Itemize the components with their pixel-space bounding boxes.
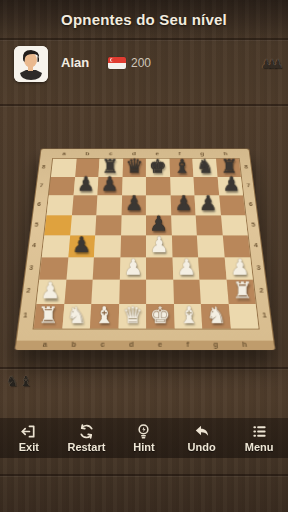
square-c2[interactable] [91, 280, 119, 304]
black-pawn-d6[interactable]: ♟ [121, 193, 146, 214]
square-c5[interactable] [95, 215, 121, 236]
exit-icon [20, 423, 37, 440]
black-pawn-g6[interactable]: ♟ [196, 193, 221, 214]
game-screen: Opnentes do Seu nível Alan 200 ♟♟♟ abcde… [0, 0, 288, 512]
square-f3[interactable]: ♟ [172, 257, 199, 280]
undo-button[interactable]: Undo [176, 423, 228, 453]
square-b7[interactable]: ♟ [73, 177, 98, 196]
square-e3[interactable] [146, 257, 173, 280]
wood-seam [0, 367, 288, 369]
square-e7[interactable] [146, 177, 170, 196]
wood-seam [0, 474, 288, 476]
square-h2[interactable]: ♜ [226, 280, 255, 304]
square-c3[interactable] [93, 257, 120, 280]
square-c4[interactable] [94, 236, 121, 258]
square-g3[interactable] [198, 257, 226, 280]
captured-black-bishop: ♝ [20, 373, 34, 389]
square-a5[interactable] [44, 215, 71, 236]
square-d3[interactable]: ♟ [119, 257, 146, 280]
square-d6[interactable]: ♟ [121, 195, 146, 215]
square-b2[interactable] [64, 280, 93, 304]
black-pawn-f6[interactable]: ♟ [171, 193, 196, 214]
restart-button[interactable]: Restart [60, 423, 112, 453]
singapore-flag-icon [108, 57, 126, 69]
white-rook-a1[interactable]: ♜ [34, 303, 62, 327]
white-knight-g1[interactable]: ♞ [202, 303, 230, 327]
square-b6[interactable] [71, 195, 97, 215]
square-h1[interactable] [228, 303, 258, 328]
square-e2[interactable] [146, 280, 173, 304]
white-pawn-d3[interactable]: ♟ [119, 256, 146, 279]
board-grid: ♜♛♚♝♞♜♟♟♟♟♟♟♟♟♟♟♟♟♟♜♜♞♝♛♚♝♞ [33, 158, 260, 329]
square-g8[interactable]: ♞ [192, 159, 217, 177]
square-h7[interactable]: ♟ [217, 177, 243, 196]
restart-icon [78, 423, 95, 440]
square-c1[interactable]: ♝ [90, 303, 119, 328]
square-h6[interactable] [219, 195, 246, 215]
wood-seam [0, 38, 288, 40]
avatar[interactable] [14, 46, 48, 82]
square-d2[interactable] [119, 280, 146, 304]
chess-board: abcdefgh abcdefgh 87654321 87654321 ♜♛♚♝… [29, 118, 259, 348]
square-d1[interactable]: ♛ [118, 303, 146, 328]
black-queen-d8[interactable]: ♛ [122, 155, 146, 175]
avatar-illustration [14, 46, 48, 82]
square-f2[interactable] [173, 280, 201, 304]
square-b4[interactable]: ♟ [68, 236, 95, 258]
square-c7[interactable]: ♟ [97, 177, 122, 196]
square-f1[interactable]: ♝ [173, 303, 202, 328]
square-b1[interactable]: ♞ [62, 303, 91, 328]
square-g5[interactable] [196, 215, 223, 236]
black-pawn-h7[interactable]: ♟ [219, 174, 243, 195]
square-f8[interactable]: ♝ [169, 159, 193, 177]
white-king-e1[interactable]: ♚ [146, 303, 174, 327]
square-g1[interactable]: ♞ [201, 303, 231, 328]
square-h3[interactable]: ♟ [224, 257, 253, 280]
square-h5[interactable] [220, 215, 247, 236]
white-rook-h2[interactable]: ♜ [228, 279, 255, 303]
square-a2[interactable]: ♟ [37, 280, 66, 304]
square-a6[interactable] [47, 195, 74, 215]
square-a1[interactable]: ♜ [34, 303, 64, 328]
menu-icon [251, 423, 268, 440]
black-knight-g8[interactable]: ♞ [193, 155, 217, 175]
black-pawn-c7[interactable]: ♟ [97, 174, 121, 195]
exit-label: Exit [19, 441, 39, 453]
square-e4[interactable]: ♟ [146, 236, 172, 258]
black-king-e8[interactable]: ♚ [146, 155, 170, 175]
square-f6[interactable]: ♟ [170, 195, 195, 215]
square-g4[interactable] [197, 236, 224, 258]
exit-button[interactable]: Exit [3, 423, 55, 453]
square-g2[interactable] [199, 280, 228, 304]
wood-seam [0, 104, 288, 106]
square-a8[interactable] [51, 159, 76, 177]
square-g6[interactable]: ♟ [195, 195, 221, 215]
black-pawn-b4[interactable]: ♟ [68, 234, 94, 256]
square-d8[interactable]: ♛ [122, 159, 146, 177]
hint-icon [135, 423, 152, 440]
player-name: Alan [61, 55, 89, 70]
square-c6[interactable] [96, 195, 121, 215]
square-a4[interactable] [42, 236, 70, 258]
hint-label: Hint [133, 441, 154, 453]
white-bishop-f1[interactable]: ♝ [174, 303, 202, 327]
undo-icon [193, 423, 210, 440]
pieceset-icon[interactable]: ♟♟♟ [261, 57, 278, 71]
square-e1[interactable]: ♚ [146, 303, 174, 328]
white-pawn-f3[interactable]: ♟ [173, 256, 200, 279]
square-b3[interactable] [66, 257, 94, 280]
hint-button[interactable]: Hint [118, 423, 170, 453]
toolbar: Exit Restart Hint Undo Men [0, 418, 288, 458]
square-d5[interactable] [121, 215, 146, 236]
white-queen-d1[interactable]: ♛ [118, 303, 146, 327]
menu-button[interactable]: Menu [233, 423, 285, 453]
file-labels-bottom: abcdefgh [30, 341, 259, 348]
captured-pieces-tray: ♞♝ [6, 373, 33, 389]
white-pawn-h3[interactable]: ♟ [226, 256, 253, 279]
page-title: Opnentes do Seu nível [0, 11, 288, 28]
black-pawn-e5[interactable]: ♟ [146, 213, 171, 235]
black-bishop-f8[interactable]: ♝ [170, 155, 194, 175]
black-pawn-b7[interactable]: ♟ [73, 174, 97, 195]
square-a7[interactable] [49, 177, 75, 196]
menu-label: Menu [245, 441, 274, 453]
restart-label: Restart [67, 441, 105, 453]
white-pawn-a2[interactable]: ♟ [37, 279, 64, 303]
captured-black-knight: ♞ [6, 373, 20, 389]
square-f5[interactable] [171, 215, 197, 236]
square-e8[interactable]: ♚ [146, 159, 170, 177]
square-a3[interactable] [39, 257, 68, 280]
board-frame: abcdefgh abcdefgh 87654321 87654321 ♜♛♚♝… [14, 149, 275, 350]
white-pawn-e4[interactable]: ♟ [146, 234, 172, 256]
white-bishop-c1[interactable]: ♝ [90, 303, 118, 327]
undo-label: Undo [188, 441, 216, 453]
player-rating: 200 [131, 56, 151, 70]
white-knight-b1[interactable]: ♞ [62, 303, 90, 327]
